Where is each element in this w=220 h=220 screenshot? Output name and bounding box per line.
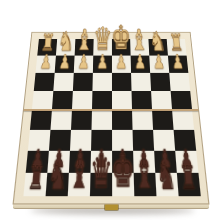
square: ♟ xyxy=(149,56,169,73)
square xyxy=(112,73,132,91)
light-pawn: ♟ xyxy=(153,52,166,72)
square: ♞ xyxy=(46,173,69,196)
light-pawn: ♟ xyxy=(39,52,52,72)
square: ♟ xyxy=(55,56,75,73)
square xyxy=(150,73,170,91)
square: ♟ xyxy=(36,56,56,73)
board-tilt-plane: ♜♞♝♛♚♝♞♜♟♟♟♟♟♟♟♟♟♟♟♟♟♟♟♟♜♞♝♛♚♝♞♜ xyxy=(13,32,210,205)
square xyxy=(151,91,172,110)
dark-king: ♚ xyxy=(111,149,135,195)
square xyxy=(172,110,194,130)
square xyxy=(72,91,92,110)
square: ♟ xyxy=(93,56,112,73)
square: ♛ xyxy=(90,173,112,196)
dark-bishop: ♝ xyxy=(134,155,156,195)
dark-knight: ♞ xyxy=(47,157,69,195)
dark-queen: ♛ xyxy=(89,151,112,195)
dark-rook: ♜ xyxy=(26,163,45,195)
square: ♜ xyxy=(23,173,47,196)
square: ♟ xyxy=(112,56,131,73)
chess-set-photo: ♜♞♝♛♚♝♞♜♟♟♟♟♟♟♟♟♟♟♟♟♟♟♟♟♜♞♝♛♚♝♞♜ xyxy=(0,0,220,220)
board-fold-line xyxy=(24,109,198,111)
board-frame: ♜♞♝♛♚♝♞♜♟♟♟♟♟♟♟♟♟♟♟♟♟♟♟♟♜♞♝♛♚♝♞♜ xyxy=(13,32,210,205)
square: ♟ xyxy=(168,56,188,73)
dark-bishop: ♝ xyxy=(68,155,90,195)
brass-clasp-icon xyxy=(105,204,118,210)
light-pawn: ♟ xyxy=(171,52,184,72)
square xyxy=(169,73,190,91)
light-pawn: ♟ xyxy=(134,52,146,72)
square: ♚ xyxy=(112,173,134,196)
square: ♞ xyxy=(155,173,178,196)
square xyxy=(34,73,55,91)
square: ♜ xyxy=(177,173,201,196)
dark-knight: ♞ xyxy=(156,157,178,195)
square xyxy=(171,91,192,110)
square xyxy=(32,91,53,110)
light-pawn: ♟ xyxy=(115,52,127,72)
square xyxy=(152,110,174,130)
light-pawn: ♟ xyxy=(58,52,71,72)
square: ♝ xyxy=(68,173,91,196)
square xyxy=(53,73,73,91)
square xyxy=(50,110,71,130)
square xyxy=(92,91,112,110)
square xyxy=(132,110,153,130)
square xyxy=(52,91,73,110)
square xyxy=(30,110,52,130)
square xyxy=(112,91,132,110)
square: ♟ xyxy=(74,56,94,73)
light-pawn: ♟ xyxy=(97,52,109,72)
light-pawn: ♟ xyxy=(77,52,89,72)
square xyxy=(132,91,153,110)
square xyxy=(92,73,112,91)
square: ♟ xyxy=(131,56,151,73)
dark-rook: ♜ xyxy=(179,163,198,195)
square xyxy=(112,110,133,130)
square xyxy=(73,73,93,91)
chess-board: ♜♞♝♛♚♝♞♜♟♟♟♟♟♟♟♟♟♟♟♟♟♟♟♟♜♞♝♛♚♝♞♜ xyxy=(23,39,200,196)
square: ♝ xyxy=(134,173,157,196)
square xyxy=(71,110,92,130)
square xyxy=(131,73,151,91)
square xyxy=(92,110,113,130)
